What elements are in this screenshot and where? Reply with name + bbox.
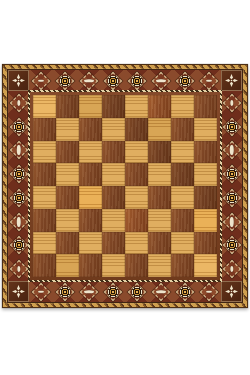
square-g4[interactable] (171, 186, 194, 209)
border-diamond-unit (173, 281, 197, 302)
square-b4[interactable] (56, 186, 79, 209)
border-edge-right (221, 91, 242, 281)
rosette-inlay (60, 286, 71, 297)
square-h5[interactable] (194, 163, 217, 186)
four-point-star-icon (9, 282, 28, 301)
square-e3[interactable] (125, 209, 148, 232)
small-marquise-inlay (206, 290, 212, 293)
border-diamond-unit (101, 70, 125, 91)
square-d6[interactable] (102, 141, 125, 164)
square-a7[interactable] (33, 118, 56, 141)
square-a6[interactable] (33, 141, 56, 164)
square-b3[interactable] (56, 209, 79, 232)
border-diamond-unit (197, 70, 221, 91)
square-c5[interactable] (79, 163, 102, 186)
square-f5[interactable] (148, 163, 171, 186)
rosette-inlay (13, 169, 24, 180)
square-g8[interactable] (171, 95, 194, 118)
rosette-inlay (226, 169, 237, 180)
rosette-inlay (13, 121, 24, 132)
border-diamond-unit (149, 281, 173, 302)
square-c2[interactable] (79, 232, 102, 255)
rosette-inlay (108, 286, 119, 297)
border-diamond-unit (173, 70, 197, 91)
marquise-inlay (230, 217, 234, 227)
border-diamond-unit (101, 281, 125, 302)
marquise-inlay (17, 145, 21, 155)
border-diamond-unit (221, 91, 242, 115)
square-d2[interactable] (102, 232, 125, 255)
border-diamond-unit (8, 91, 29, 115)
square-a8[interactable] (33, 95, 56, 118)
marquise-inlay (156, 79, 166, 83)
square-g2[interactable] (171, 232, 194, 255)
square-g3[interactable] (171, 209, 194, 232)
square-h1[interactable] (194, 254, 217, 277)
square-h8[interactable] (194, 95, 217, 118)
rosette-inlay (108, 75, 119, 86)
marquise-inlay (156, 290, 166, 294)
four-point-star-icon (222, 282, 241, 301)
square-f6[interactable] (148, 141, 171, 164)
square-e6[interactable] (125, 141, 148, 164)
rosette-inlay (132, 75, 143, 86)
rosette-inlay (13, 192, 24, 203)
corner-star-inlay (8, 281, 29, 302)
square-h6[interactable] (194, 141, 217, 164)
marquise-inlay (84, 79, 94, 83)
square-e2[interactable] (125, 232, 148, 255)
square-g6[interactable] (171, 141, 194, 164)
small-marquise-inlay (17, 100, 20, 106)
inner-wood-frame (30, 92, 220, 280)
square-e1[interactable] (125, 254, 148, 277)
border-diamond-unit (221, 162, 242, 186)
marquise-inlay (84, 290, 94, 294)
border-diamond-unit (53, 70, 77, 91)
border-diamond-unit (8, 257, 29, 281)
square-a2[interactable] (33, 232, 56, 255)
border-diamond-unit (8, 186, 29, 210)
marquise-inlay (17, 217, 21, 227)
square-a4[interactable] (33, 186, 56, 209)
square-a3[interactable] (33, 209, 56, 232)
border-diamond-unit (221, 234, 242, 258)
corner-star-inlay (221, 70, 242, 91)
rosette-inlay (180, 75, 191, 86)
corner-star-inlay (221, 281, 242, 302)
square-c8[interactable] (79, 95, 102, 118)
border-edge-top (29, 70, 221, 91)
board-grid (33, 95, 217, 277)
square-e5[interactable] (125, 163, 148, 186)
square-d5[interactable] (102, 163, 125, 186)
four-point-star-icon (9, 71, 28, 90)
marquise-inlay (230, 145, 234, 155)
rosette-inlay (226, 240, 237, 251)
border-diamond-unit (125, 281, 149, 302)
square-h3[interactable] (194, 209, 217, 232)
rosette-inlay (60, 75, 71, 86)
square-c1[interactable] (79, 254, 102, 277)
square-d8[interactable] (102, 95, 125, 118)
border-diamond-unit (8, 234, 29, 258)
square-c4[interactable] (79, 186, 102, 209)
mosaic-pinstripe-frame (28, 90, 222, 282)
square-f7[interactable] (148, 118, 171, 141)
square-f1[interactable] (148, 254, 171, 277)
border-diamond-unit (221, 186, 242, 210)
square-b8[interactable] (56, 95, 79, 118)
border-diamond-unit (8, 115, 29, 139)
border-diamond-unit (77, 70, 101, 91)
square-e8[interactable] (125, 95, 148, 118)
rosette-inlay (226, 192, 237, 203)
border-diamond-unit (221, 257, 242, 281)
border-diamond-unit (221, 210, 242, 234)
square-f3[interactable] (148, 209, 171, 232)
corner-star-inlay (8, 70, 29, 91)
four-point-star-icon (222, 71, 241, 90)
border-diamond-unit (77, 281, 101, 302)
square-e4[interactable] (125, 186, 148, 209)
border-diamond-unit (8, 162, 29, 186)
square-d1[interactable] (102, 254, 125, 277)
square-c3[interactable] (79, 209, 102, 232)
photo-background (0, 0, 250, 375)
square-f4[interactable] (148, 186, 171, 209)
rosette-inlay (13, 240, 24, 251)
square-g7[interactable] (171, 118, 194, 141)
small-marquise-inlay (206, 79, 212, 82)
square-h7[interactable] (194, 118, 217, 141)
small-marquise-inlay (38, 79, 44, 82)
border-diamond-unit (125, 70, 149, 91)
square-b1[interactable] (56, 254, 79, 277)
small-marquise-inlay (230, 266, 233, 272)
square-d7[interactable] (102, 118, 125, 141)
square-e7[interactable] (125, 118, 148, 141)
border-diamond-unit (53, 281, 77, 302)
square-b7[interactable] (56, 118, 79, 141)
square-c6[interactable] (79, 141, 102, 164)
square-h2[interactable] (194, 232, 217, 255)
border-diamond-unit (221, 139, 242, 163)
border-edge-bottom (29, 281, 221, 302)
square-h4[interactable] (194, 186, 217, 209)
rosette-inlay (226, 121, 237, 132)
border-edge-left (8, 91, 29, 281)
chess-board (2, 64, 248, 308)
border-diamond-unit (8, 210, 29, 234)
square-d3[interactable] (102, 209, 125, 232)
border-diamond-unit (29, 70, 53, 91)
square-b2[interactable] (56, 232, 79, 255)
square-b5[interactable] (56, 163, 79, 186)
rosette-inlay (132, 286, 143, 297)
square-a5[interactable] (33, 163, 56, 186)
square-g5[interactable] (171, 163, 194, 186)
border-diamond-unit (149, 70, 173, 91)
square-b6[interactable] (56, 141, 79, 164)
small-marquise-inlay (230, 100, 233, 106)
border-diamond-unit (197, 281, 221, 302)
square-d4[interactable] (102, 186, 125, 209)
small-marquise-inlay (17, 266, 20, 272)
square-f8[interactable] (148, 95, 171, 118)
square-g1[interactable] (171, 254, 194, 277)
rosette-inlay (180, 286, 191, 297)
border-diamond-unit (221, 115, 242, 139)
border-diamond-unit (29, 281, 53, 302)
square-a1[interactable] (33, 254, 56, 277)
square-f2[interactable] (148, 232, 171, 255)
square-c7[interactable] (79, 118, 102, 141)
small-marquise-inlay (38, 290, 44, 293)
border-diamond-unit (8, 139, 29, 163)
